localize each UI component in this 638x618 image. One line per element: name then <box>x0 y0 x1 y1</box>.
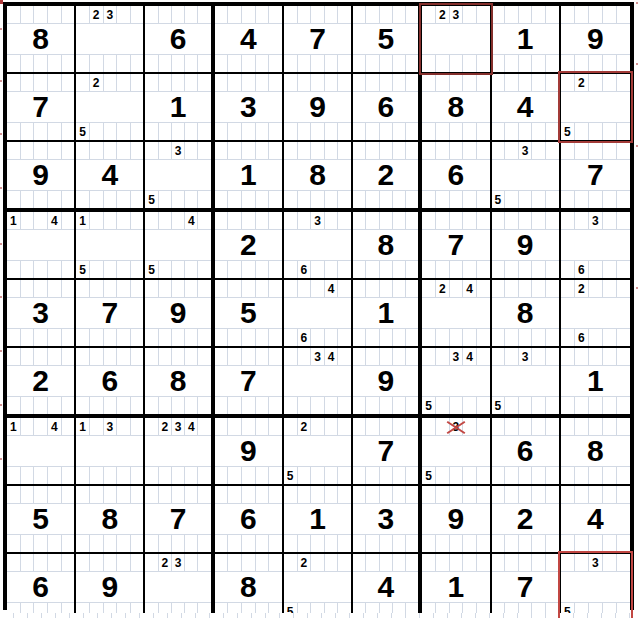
empty-slot <box>34 55 48 72</box>
empty-slot <box>269 74 282 91</box>
empty-slot <box>366 74 379 91</box>
empty-slot <box>477 55 490 72</box>
cell-r8c3[interactable]: 7 <box>145 486 214 554</box>
pencil-top-band: 3 <box>492 348 559 366</box>
cell-r3c7[interactable]: 6 <box>422 142 491 212</box>
empty-slot <box>7 554 21 571</box>
empty-slot <box>242 486 256 503</box>
cell-r9c1[interactable]: 6 <box>7 554 76 618</box>
cell-r3c3[interactable]: 35 <box>145 142 214 212</box>
spreadsheet-gridline-strip <box>0 613 638 618</box>
cell-r1c5[interactable]: 7 <box>284 6 353 74</box>
edge-mark <box>0 0 3 4</box>
big-digit: 9 <box>492 230 559 260</box>
empty-slot <box>589 397 603 414</box>
empty-slot <box>48 535 62 552</box>
cell-r5c9[interactable]: 26 <box>561 280 630 348</box>
empty-slot <box>34 397 48 414</box>
cell-r5c6[interactable]: 1 <box>353 280 422 348</box>
candidate-5: 5 <box>561 123 575 140</box>
empty-slot <box>325 123 339 140</box>
empty-slot <box>159 535 172 552</box>
cell-r1c9[interactable]: 9 <box>561 6 630 74</box>
empty-slot <box>393 348 406 365</box>
cell-r5c5[interactable]: 46 <box>284 280 353 348</box>
cell-r8c6[interactable]: 3 <box>353 486 422 554</box>
empty-slot <box>62 535 75 552</box>
cell-r1c2[interactable]: 23 <box>76 6 145 74</box>
empty-slot <box>380 191 393 208</box>
empty-slot <box>48 74 62 91</box>
cell-r7c1[interactable]: 14 <box>7 418 76 486</box>
cell-r2c4[interactable]: 3 <box>215 74 284 142</box>
empty-slot <box>104 535 118 552</box>
cell-r6c2[interactable]: 6 <box>76 348 145 418</box>
empty-slot <box>422 486 436 503</box>
candidate-2: 2 <box>575 280 589 297</box>
cell-r3c4[interactable]: 1 <box>215 142 284 212</box>
empty-slot <box>76 397 90 414</box>
empty-slot <box>450 212 464 229</box>
empty-slot <box>242 142 256 159</box>
empty-slot <box>393 261 406 278</box>
empty-slot <box>76 191 90 208</box>
empty-slot <box>380 74 393 91</box>
empty-slot <box>159 191 172 208</box>
empty-slot <box>450 535 464 552</box>
empty-slot <box>228 397 242 414</box>
big-digit: 6 <box>492 436 559 466</box>
empty-slot <box>7 486 21 503</box>
empty-slot <box>546 261 559 278</box>
empty-slot <box>325 74 339 91</box>
empty-slot <box>198 397 210 414</box>
cell-r1c6[interactable]: 5 <box>353 6 422 74</box>
empty-slot <box>519 486 533 503</box>
candidate-3: 3 <box>172 142 185 159</box>
empty-slot <box>477 123 490 140</box>
empty-slot <box>380 55 393 72</box>
edge-mark <box>0 243 2 245</box>
cell-r2c1[interactable]: 7 <box>7 74 76 142</box>
empty-slot <box>519 123 533 140</box>
empty-slot <box>145 123 158 140</box>
empty-slot <box>256 329 270 346</box>
empty-slot <box>422 123 436 140</box>
edge-mark <box>0 187 2 189</box>
empty-slot <box>159 212 172 229</box>
empty-slot <box>48 191 62 208</box>
cell-r9c8[interactable]: 7 <box>492 554 561 618</box>
empty-slot <box>256 142 270 159</box>
cell-r2c6[interactable]: 6 <box>353 74 422 142</box>
empty-slot <box>353 261 366 278</box>
empty-slot <box>284 123 298 140</box>
empty-slot <box>353 554 366 571</box>
candidate-1: 1 <box>7 418 21 435</box>
empty-slot <box>145 418 158 435</box>
big-digit: 9 <box>76 572 143 602</box>
empty-slot <box>505 212 519 229</box>
cell-r6c5[interactable]: 34 <box>284 348 353 418</box>
empty-slot <box>104 486 118 503</box>
pencil-top-band: 4 <box>145 212 210 230</box>
empty-slot <box>589 142 603 159</box>
empty-middle <box>422 436 489 466</box>
cell-r7c8[interactable]: 6 <box>492 418 561 486</box>
empty-slot <box>159 329 172 346</box>
empty-slot <box>62 418 75 435</box>
empty-slot <box>159 6 172 23</box>
cell-r1c4[interactable]: 4 <box>215 6 284 74</box>
empty-slot <box>366 554 379 571</box>
empty-slot <box>546 535 559 552</box>
empty-slot <box>185 261 198 278</box>
empty-slot <box>256 55 270 72</box>
cell-r3c2[interactable]: 4 <box>76 142 145 212</box>
cell-r3c5[interactable]: 8 <box>284 142 353 212</box>
cell-r5c3[interactable]: 9 <box>145 280 214 348</box>
empty-slot <box>117 418 131 435</box>
empty-slot <box>575 467 589 484</box>
empty-slot <box>393 418 406 435</box>
cell-r1c3[interactable]: 6 <box>145 6 214 74</box>
empty-slot <box>366 123 379 140</box>
pencil-bottom-band: 5 <box>422 396 489 414</box>
cell-r7c6[interactable]: 7 <box>353 418 422 486</box>
empty-slot <box>256 74 270 91</box>
empty-slot <box>463 486 477 503</box>
empty-slot <box>325 486 339 503</box>
empty-slot <box>104 212 118 229</box>
empty-slot <box>436 486 450 503</box>
cell-r5c1[interactable]: 3 <box>7 280 76 348</box>
empty-slot <box>617 55 630 72</box>
pencil-bottom-band: 5 <box>492 396 559 414</box>
empty-slot <box>131 329 144 346</box>
empty-slot <box>198 212 210 229</box>
empty-slot <box>463 418 477 435</box>
cell-r4c6[interactable]: 8 <box>353 212 422 280</box>
empty-slot <box>256 554 270 571</box>
cell-r9c7[interactable]: 1 <box>422 554 491 618</box>
cell-r4c2[interactable]: 15 <box>76 212 145 280</box>
empty-slot <box>393 212 406 229</box>
empty-slot <box>589 261 603 278</box>
cell-r2c7[interactable]: 8 <box>422 74 491 142</box>
empty-slot <box>589 418 603 435</box>
cell-r1c1[interactable]: 8 <box>7 6 76 74</box>
empty-slot <box>477 280 490 297</box>
pencil-bottom-band <box>353 466 418 484</box>
candidate-3: 3 <box>104 6 118 23</box>
empty-slot <box>406 74 418 91</box>
cell-r9c3[interactable]: 23 <box>145 554 214 618</box>
empty-slot <box>7 123 21 140</box>
empty-slot <box>104 142 118 159</box>
big-digit: 7 <box>492 572 559 602</box>
cell-r2c2[interactable]: 25 <box>76 74 145 142</box>
empty-slot <box>256 280 270 297</box>
empty-slot <box>477 329 490 346</box>
cell-r9c2[interactable]: 9 <box>76 554 145 618</box>
big-digit: 7 <box>7 92 74 122</box>
empty-slot <box>406 280 418 297</box>
empty-slot <box>62 123 75 140</box>
cell-r8c8[interactable]: 2 <box>492 486 561 554</box>
empty-slot <box>228 329 242 346</box>
empty-slot <box>617 467 630 484</box>
empty-slot <box>76 6 90 23</box>
cell-r6c4[interactable]: 7 <box>215 348 284 418</box>
empty-slot <box>477 397 490 414</box>
big-digit: 8 <box>353 230 418 260</box>
cell-r8c9[interactable]: 4 <box>561 486 630 554</box>
empty-slot <box>546 142 559 159</box>
empty-slot <box>256 6 270 23</box>
empty-slot <box>353 467 366 484</box>
empty-slot <box>353 74 366 91</box>
empty-slot <box>561 261 575 278</box>
cell-r3c9[interactable]: 7 <box>561 142 630 212</box>
empty-slot <box>561 142 575 159</box>
cell-r1c7[interactable]: 23 <box>422 6 491 74</box>
cell-r1c8[interactable]: 1 <box>492 6 561 74</box>
empty-slot <box>90 123 104 140</box>
cell-r2c3[interactable]: 1 <box>145 74 214 142</box>
empty-slot <box>353 55 366 72</box>
empty-slot <box>422 142 436 159</box>
cell-r4c8[interactable]: 9 <box>492 212 561 280</box>
empty-slot <box>21 55 35 72</box>
empty-slot <box>366 212 379 229</box>
empty-slot <box>603 123 617 140</box>
empty-slot <box>353 535 366 552</box>
cell-r4c4[interactable]: 2 <box>215 212 284 280</box>
cell-r8c5[interactable]: 1 <box>284 486 353 554</box>
empty-slot <box>76 74 90 91</box>
cell-r8c4[interactable]: 6 <box>215 486 284 554</box>
edge-mark <box>0 133 2 135</box>
cell-r4c1[interactable]: 14 <box>7 212 76 280</box>
empty-slot <box>505 261 519 278</box>
empty-slot <box>532 467 546 484</box>
cell-r3c8[interactable]: 35 <box>492 142 561 212</box>
empty-slot <box>185 535 198 552</box>
cell-r6c1[interactable]: 2 <box>7 348 76 418</box>
cell-r8c7[interactable]: 9 <box>422 486 491 554</box>
empty-slot <box>117 397 131 414</box>
cell-r7c5[interactable]: 25 <box>284 418 353 486</box>
cell-r6c7[interactable]: 345 <box>422 348 491 418</box>
empty-slot <box>393 397 406 414</box>
empty-middle <box>145 230 210 260</box>
cell-r7c7[interactable]: 35 <box>422 418 491 486</box>
cell-r5c8[interactable]: 8 <box>492 280 561 348</box>
cell-r8c2[interactable]: 8 <box>76 486 145 554</box>
big-digit: 2 <box>492 504 559 534</box>
pencil-bottom-band <box>561 190 630 208</box>
empty-slot <box>34 191 48 208</box>
empty-slot <box>406 55 418 72</box>
empty-slot <box>422 212 436 229</box>
candidate-5: 5 <box>492 397 506 414</box>
empty-slot <box>269 261 282 278</box>
pencil-bottom-band <box>76 190 143 208</box>
empty-slot <box>492 486 506 503</box>
empty-slot <box>575 142 589 159</box>
empty-slot <box>159 142 172 159</box>
empty-slot <box>256 123 270 140</box>
empty-slot <box>519 74 533 91</box>
big-digit: 8 <box>284 160 351 190</box>
empty-slot <box>505 467 519 484</box>
cell-r2c9[interactable]: 25 <box>561 74 630 142</box>
empty-slot <box>311 280 325 297</box>
cell-r5c4[interactable]: 5 <box>215 280 284 348</box>
candidate-3: 3 <box>172 554 185 571</box>
empty-slot <box>48 329 62 346</box>
empty-slot <box>575 486 589 503</box>
empty-middle <box>284 366 351 396</box>
cell-r4c9[interactable]: 36 <box>561 212 630 280</box>
empty-middle <box>145 572 210 602</box>
empty-slot <box>269 212 282 229</box>
empty-slot <box>131 74 144 91</box>
empty-slot <box>575 123 589 140</box>
empty-slot <box>617 261 630 278</box>
cell-r2c5[interactable]: 9 <box>284 74 353 142</box>
cell-r8c1[interactable]: 5 <box>7 486 76 554</box>
cell-r9c6[interactable]: 4 <box>353 554 422 618</box>
empty-slot <box>104 74 118 91</box>
empty-slot <box>338 418 351 435</box>
empty-slot <box>215 535 229 552</box>
empty-slot <box>393 280 406 297</box>
empty-slot <box>406 191 418 208</box>
empty-slot <box>90 418 104 435</box>
cell-r4c5[interactable]: 36 <box>284 212 353 280</box>
cell-r7c9[interactable]: 8 <box>561 418 630 486</box>
empty-slot <box>492 535 506 552</box>
empty-slot <box>62 74 75 91</box>
cell-r6c8[interactable]: 35 <box>492 348 561 418</box>
empty-slot <box>48 397 62 414</box>
empty-slot <box>172 486 185 503</box>
empty-middle <box>76 436 143 466</box>
empty-slot <box>284 74 298 91</box>
candidate-3: 3 <box>172 418 185 435</box>
pencil-bottom-band <box>7 260 74 278</box>
cell-r3c1[interactable]: 9 <box>7 142 76 212</box>
pencil-top-band: 3 <box>145 142 210 160</box>
pencil-bottom-band <box>7 54 74 72</box>
empty-slot <box>21 280 35 297</box>
empty-slot <box>492 74 506 91</box>
empty-slot <box>353 348 366 365</box>
cell-r7c3[interactable]: 234 <box>145 418 214 486</box>
empty-slot <box>422 329 436 346</box>
empty-slot <box>505 191 519 208</box>
empty-slot <box>62 142 75 159</box>
empty-slot <box>62 486 75 503</box>
empty-slot <box>393 142 406 159</box>
pencil-bottom-band <box>353 534 418 552</box>
pencil-top-band: 3 <box>492 142 559 160</box>
big-digit: 1 <box>353 298 418 328</box>
cell-r5c7[interactable]: 24 <box>422 280 491 348</box>
empty-slot <box>76 329 90 346</box>
pencil-top-band: 1 <box>76 212 143 230</box>
pencil-top-band: 34 <box>422 348 489 366</box>
big-digit: 6 <box>422 160 489 190</box>
cell-r7c2[interactable]: 13 <box>76 418 145 486</box>
empty-slot <box>185 397 198 414</box>
empty-slot <box>269 467 282 484</box>
empty-slot <box>325 191 339 208</box>
empty-slot <box>617 191 630 208</box>
empty-slot <box>172 535 185 552</box>
cell-r3c6[interactable]: 2 <box>353 142 422 212</box>
empty-slot <box>7 467 21 484</box>
edge-mark <box>0 404 2 406</box>
cell-r9c5[interactable]: 25 <box>284 554 353 618</box>
empty-slot <box>215 261 229 278</box>
cell-r9c4[interactable]: 8 <box>215 554 284 618</box>
pencil-bottom-band <box>7 328 74 346</box>
edge-mark <box>0 28 2 30</box>
empty-middle <box>76 230 143 260</box>
cell-r6c6[interactable]: 9 <box>353 348 422 418</box>
pencil-top-band: 34 <box>284 348 351 366</box>
cell-r5c2[interactable]: 7 <box>76 280 145 348</box>
empty-slot <box>185 348 198 365</box>
empty-slot <box>393 74 406 91</box>
cell-r4c3[interactable]: 45 <box>145 212 214 280</box>
cell-r7c4[interactable]: 9 <box>215 418 284 486</box>
empty-slot <box>21 261 35 278</box>
big-digit: 6 <box>145 24 210 54</box>
empty-slot <box>228 142 242 159</box>
cell-r9c9[interactable]: 35 <box>561 554 630 618</box>
pencil-bottom-band <box>7 190 74 208</box>
empty-slot <box>284 212 298 229</box>
cell-r4c7[interactable]: 7 <box>422 212 491 280</box>
empty-middle <box>284 572 351 602</box>
cell-r2c8[interactable]: 4 <box>492 74 561 142</box>
empty-slot <box>338 212 351 229</box>
big-digit: 9 <box>422 504 489 534</box>
candidate-2: 2 <box>298 418 312 435</box>
empty-slot <box>242 280 256 297</box>
empty-slot <box>366 486 379 503</box>
empty-slot <box>269 123 282 140</box>
empty-slot <box>90 467 104 484</box>
empty-slot <box>242 535 256 552</box>
empty-middle <box>145 436 210 466</box>
empty-slot <box>338 467 351 484</box>
empty-slot <box>338 74 351 91</box>
cell-r6c9[interactable]: 1 <box>561 348 630 418</box>
cell-r6c3[interactable]: 8 <box>145 348 214 418</box>
big-digit: 2 <box>7 366 74 396</box>
empty-slot <box>406 554 418 571</box>
empty-slot <box>338 329 351 346</box>
empty-slot <box>228 348 242 365</box>
empty-slot <box>617 348 630 365</box>
empty-slot <box>589 486 603 503</box>
empty-slot <box>546 6 559 23</box>
